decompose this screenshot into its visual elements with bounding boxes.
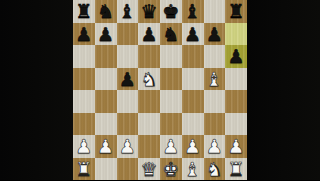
piece-wb-f1: ♝	[184, 158, 201, 180]
piece-bq-d8: ♛	[141, 0, 158, 22]
square-c1[interactable]	[117, 158, 139, 181]
chess-board: ♜♞♝♛♚♝♜♟♟♟♞♟♟♟♟♞♝♟♟♟♟♟♟♟♜♛♚♝♞♜	[73, 0, 247, 180]
square-d1[interactable]: ♛	[138, 158, 160, 181]
piece-bb-f8: ♝	[184, 0, 201, 22]
piece-wp-c2: ♟	[119, 135, 136, 157]
square-a8[interactable]: ♜	[73, 0, 95, 23]
square-b8[interactable]: ♞	[95, 0, 117, 23]
square-g6[interactable]	[204, 45, 226, 68]
square-c2[interactable]: ♟	[117, 135, 139, 158]
piece-br-a8: ♜	[75, 0, 92, 22]
square-h1[interactable]: ♜	[225, 158, 247, 181]
square-c5[interactable]: ♟	[117, 68, 139, 91]
square-h2[interactable]: ♟	[225, 135, 247, 158]
square-f1[interactable]: ♝	[182, 158, 204, 181]
piece-wp-h2: ♟	[228, 135, 245, 157]
square-b7[interactable]: ♟	[95, 23, 117, 46]
piece-bp-g7: ♟	[206, 23, 223, 45]
piece-wp-f2: ♟	[184, 135, 201, 157]
square-g7[interactable]: ♟	[204, 23, 226, 46]
letterbox-right	[247, 0, 320, 180]
square-f5[interactable]	[182, 68, 204, 91]
piece-bp-b7: ♟	[97, 23, 114, 45]
square-e5[interactable]	[160, 68, 182, 91]
piece-bk-e8: ♚	[162, 0, 179, 22]
square-h6[interactable]: ♟	[225, 45, 247, 68]
square-a7[interactable]: ♟	[73, 23, 95, 46]
square-h8[interactable]: ♜	[225, 0, 247, 23]
piece-wr-h1: ♜	[228, 158, 245, 180]
square-e3[interactable]	[160, 113, 182, 136]
square-d5[interactable]: ♞	[138, 68, 160, 91]
piece-bp-f7: ♟	[184, 23, 201, 45]
piece-bp-h6: ♟	[228, 45, 245, 67]
square-e4[interactable]	[160, 90, 182, 113]
square-b4[interactable]	[95, 90, 117, 113]
square-c7[interactable]	[117, 23, 139, 46]
square-g1[interactable]: ♞	[204, 158, 226, 181]
square-e1[interactable]: ♚	[160, 158, 182, 181]
square-c8[interactable]: ♝	[117, 0, 139, 23]
square-d4[interactable]	[138, 90, 160, 113]
piece-bp-c5: ♟	[119, 68, 136, 90]
square-f3[interactable]	[182, 113, 204, 136]
square-e8[interactable]: ♚	[160, 0, 182, 23]
square-e2[interactable]: ♟	[160, 135, 182, 158]
square-c3[interactable]	[117, 113, 139, 136]
square-d2[interactable]	[138, 135, 160, 158]
square-f2[interactable]: ♟	[182, 135, 204, 158]
piece-wn-d5: ♞	[141, 68, 158, 90]
square-h3[interactable]	[225, 113, 247, 136]
square-g4[interactable]	[204, 90, 226, 113]
square-f4[interactable]	[182, 90, 204, 113]
square-h5[interactable]	[225, 68, 247, 91]
square-g2[interactable]: ♟	[204, 135, 226, 158]
square-f6[interactable]	[182, 45, 204, 68]
piece-wp-b2: ♟	[97, 135, 114, 157]
piece-wp-a2: ♟	[75, 135, 92, 157]
square-d8[interactable]: ♛	[138, 0, 160, 23]
piece-bn-e7: ♞	[162, 23, 179, 45]
piece-wr-a1: ♜	[75, 158, 92, 180]
square-b5[interactable]	[95, 68, 117, 91]
chess-app-viewport: ♜♞♝♛♚♝♜♟♟♟♞♟♟♟♟♞♝♟♟♟♟♟♟♟♜♛♚♝♞♜	[0, 0, 320, 180]
square-g3[interactable]	[204, 113, 226, 136]
piece-wp-g2: ♟	[206, 135, 223, 157]
square-b1[interactable]	[95, 158, 117, 181]
piece-br-h8: ♜	[228, 0, 245, 22]
square-e7[interactable]: ♞	[160, 23, 182, 46]
piece-bp-d7: ♟	[141, 23, 158, 45]
square-h7[interactable]	[225, 23, 247, 46]
square-f8[interactable]: ♝	[182, 0, 204, 23]
square-g8[interactable]	[204, 0, 226, 23]
piece-wn-g1: ♞	[206, 158, 223, 180]
square-a5[interactable]	[73, 68, 95, 91]
square-a1[interactable]: ♜	[73, 158, 95, 181]
piece-wq-d1: ♛	[141, 158, 158, 180]
square-f7[interactable]: ♟	[182, 23, 204, 46]
piece-bp-a7: ♟	[75, 23, 92, 45]
square-b6[interactable]	[95, 45, 117, 68]
square-d3[interactable]	[138, 113, 160, 136]
square-a6[interactable]	[73, 45, 95, 68]
square-d7[interactable]: ♟	[138, 23, 160, 46]
piece-bb-c8: ♝	[119, 0, 136, 22]
square-b2[interactable]: ♟	[95, 135, 117, 158]
square-b3[interactable]	[95, 113, 117, 136]
square-e6[interactable]	[160, 45, 182, 68]
letterbox-left	[0, 0, 73, 180]
piece-bn-b8: ♞	[97, 0, 114, 22]
square-c6[interactable]	[117, 45, 139, 68]
square-a3[interactable]	[73, 113, 95, 136]
piece-wk-e1: ♚	[162, 158, 179, 180]
square-a2[interactable]: ♟	[73, 135, 95, 158]
piece-wp-e2: ♟	[162, 135, 179, 157]
square-d6[interactable]	[138, 45, 160, 68]
piece-wb-g5: ♝	[206, 68, 223, 90]
square-c4[interactable]	[117, 90, 139, 113]
square-h4[interactable]	[225, 90, 247, 113]
square-g5[interactable]: ♝	[204, 68, 226, 91]
square-a4[interactable]	[73, 90, 95, 113]
